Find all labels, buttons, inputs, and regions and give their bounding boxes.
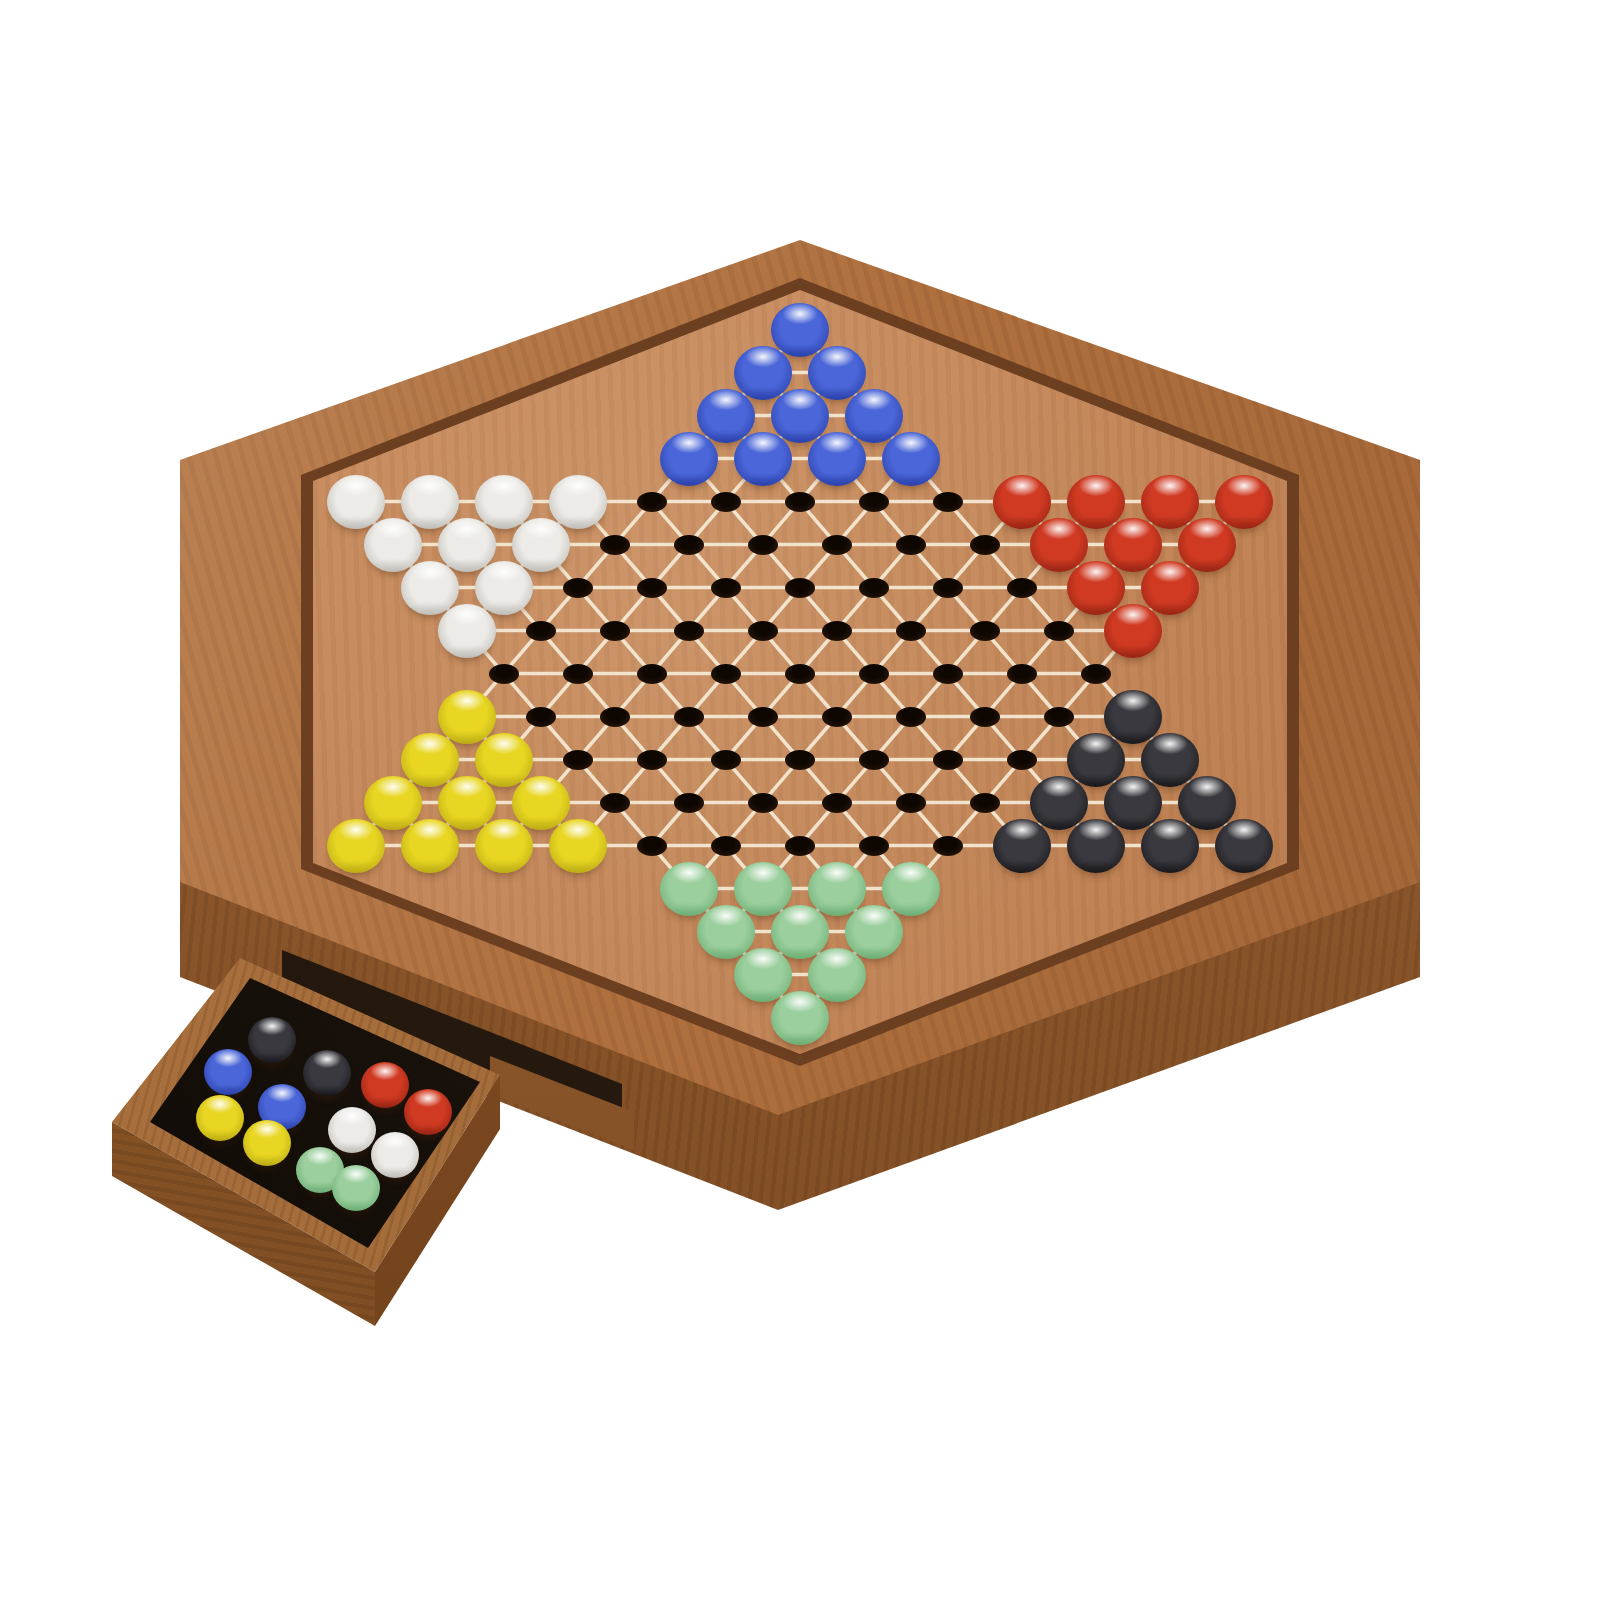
board-point: [1040, 781, 1077, 824]
board-point: [670, 609, 707, 652]
hole[interactable]: [1081, 664, 1111, 684]
board-point: [1077, 566, 1114, 609]
hole[interactable]: [1007, 750, 1037, 770]
board-point: [448, 781, 485, 824]
board-point: [559, 738, 596, 781]
board-point: [1151, 566, 1188, 609]
hole[interactable]: [970, 707, 1000, 727]
hole[interactable]: [859, 750, 889, 770]
marble-yellow[interactable]: [512, 776, 570, 830]
marble-blue[interactable]: [845, 389, 903, 443]
marble-green[interactable]: [734, 862, 792, 916]
drawer-marble-black[interactable]: [303, 1050, 351, 1096]
marble-blue[interactable]: [660, 432, 718, 486]
board-point: [1225, 480, 1262, 523]
marble-yellow[interactable]: [438, 690, 496, 744]
board-point: [781, 910, 818, 953]
board-point: [855, 824, 892, 867]
board-point: [1003, 480, 1040, 523]
hole[interactable]: [526, 621, 556, 641]
marble-blue[interactable]: [734, 432, 792, 486]
board-point: [892, 781, 929, 824]
marble-black[interactable]: [1178, 776, 1236, 830]
board-point: [744, 953, 781, 996]
hole[interactable]: [748, 535, 778, 555]
board-point: [1077, 738, 1114, 781]
marble-yellow[interactable]: [401, 819, 459, 873]
hole[interactable]: [896, 707, 926, 727]
board-point: [892, 523, 929, 566]
hole[interactable]: [822, 535, 852, 555]
marble-red[interactable]: [1215, 475, 1273, 529]
board-point: [1114, 781, 1151, 824]
board-point: [633, 480, 670, 523]
hole[interactable]: [489, 664, 519, 684]
board-point: [707, 566, 744, 609]
hole[interactable]: [637, 578, 667, 598]
drawer-marble-blue[interactable]: [204, 1049, 252, 1095]
board-point: [1003, 738, 1040, 781]
marble-blue[interactable]: [808, 432, 866, 486]
board-point: [818, 437, 855, 480]
hole[interactable]: [1007, 664, 1037, 684]
hole[interactable]: [785, 492, 815, 512]
board-point: [670, 695, 707, 738]
board-point: [966, 523, 1003, 566]
board-point: [707, 480, 744, 523]
board-point: [966, 781, 1003, 824]
hole[interactable]: [711, 836, 741, 856]
hole[interactable]: [785, 664, 815, 684]
board-point: [818, 523, 855, 566]
board-point: [744, 781, 781, 824]
marble-red[interactable]: [1178, 518, 1236, 572]
marble-white[interactable]: [475, 475, 533, 529]
board-point: [929, 480, 966, 523]
board-point: [744, 437, 781, 480]
marble-green[interactable]: [845, 905, 903, 959]
drawer-marble-white[interactable]: [328, 1107, 376, 1153]
board-point: [966, 695, 1003, 738]
marble-white[interactable]: [327, 475, 385, 529]
board-point: [633, 738, 670, 781]
board-point: [818, 781, 855, 824]
board-point: [448, 609, 485, 652]
hole[interactable]: [711, 664, 741, 684]
marble-black[interactable]: [1141, 733, 1199, 787]
board-point: [337, 480, 374, 523]
board-point: [1077, 652, 1114, 695]
board-point: [855, 652, 892, 695]
marble-yellow[interactable]: [475, 819, 533, 873]
hole[interactable]: [600, 793, 630, 813]
board-point: [707, 910, 744, 953]
board-point: [1114, 609, 1151, 652]
hole[interactable]: [748, 621, 778, 641]
hole[interactable]: [822, 793, 852, 813]
board-point: [781, 824, 818, 867]
marble-red[interactable]: [1141, 475, 1199, 529]
marble-black[interactable]: [993, 819, 1051, 873]
scene: [0, 0, 1600, 1600]
board-point: [744, 351, 781, 394]
board-point: [411, 738, 448, 781]
marble-yellow[interactable]: [475, 733, 533, 787]
board-point: [1003, 824, 1040, 867]
marble-white[interactable]: [438, 518, 496, 572]
board-point: [559, 566, 596, 609]
board-point: [596, 523, 633, 566]
marble-blue[interactable]: [771, 303, 829, 357]
drawer-marble-white[interactable]: [371, 1132, 419, 1178]
hole[interactable]: [859, 664, 889, 684]
board-point: [1003, 566, 1040, 609]
drawer-marble-yellow[interactable]: [243, 1120, 291, 1166]
hole[interactable]: [933, 750, 963, 770]
hole[interactable]: [711, 492, 741, 512]
marble-blue[interactable]: [771, 389, 829, 443]
hole[interactable]: [674, 621, 704, 641]
board-point: [929, 738, 966, 781]
marble-black[interactable]: [1141, 819, 1199, 873]
board-point: [892, 437, 929, 480]
board-point: [596, 781, 633, 824]
marble-yellow[interactable]: [364, 776, 422, 830]
hole[interactable]: [1044, 707, 1074, 727]
board-point: [818, 351, 855, 394]
marble-yellow[interactable]: [549, 819, 607, 873]
board-point: [1003, 652, 1040, 695]
marble-red[interactable]: [1141, 561, 1199, 615]
marble-red[interactable]: [1104, 604, 1162, 658]
marble-blue[interactable]: [808, 346, 866, 400]
marble-white[interactable]: [475, 561, 533, 615]
hole[interactable]: [637, 836, 667, 856]
hole[interactable]: [1044, 621, 1074, 641]
hole[interactable]: [785, 578, 815, 598]
board-point: [1114, 695, 1151, 738]
board-point: [818, 953, 855, 996]
board-point: [929, 824, 966, 867]
board-point: [781, 996, 818, 1039]
hole[interactable]: [822, 707, 852, 727]
marble-black[interactable]: [1067, 819, 1125, 873]
board-point: [522, 609, 559, 652]
board-point: [596, 609, 633, 652]
marble-red[interactable]: [993, 475, 1051, 529]
board-point: [744, 695, 781, 738]
board-point: [855, 566, 892, 609]
board-point: [1188, 523, 1225, 566]
board-point: [411, 480, 448, 523]
board-point: [744, 523, 781, 566]
board-point: [448, 523, 485, 566]
hole[interactable]: [896, 535, 926, 555]
board-point: [1151, 824, 1188, 867]
board-point: [781, 308, 818, 351]
board-point: [892, 695, 929, 738]
board-point: [485, 738, 522, 781]
board-point: [781, 652, 818, 695]
board-point: [411, 566, 448, 609]
hole[interactable]: [822, 621, 852, 641]
board-point: [1077, 480, 1114, 523]
board-point: [633, 566, 670, 609]
board-point: [337, 824, 374, 867]
hole[interactable]: [526, 707, 556, 727]
board-point: [707, 652, 744, 695]
marble-white[interactable]: [512, 518, 570, 572]
board-point: [1040, 609, 1077, 652]
marble-blue[interactable]: [697, 389, 755, 443]
board-point: [633, 824, 670, 867]
board-point: [1040, 523, 1077, 566]
hole[interactable]: [637, 664, 667, 684]
board-point: [818, 695, 855, 738]
board-point: [781, 394, 818, 437]
board-point: [818, 867, 855, 910]
hole[interactable]: [933, 578, 963, 598]
board-point: [744, 867, 781, 910]
hole[interactable]: [563, 578, 593, 598]
hole[interactable]: [859, 492, 889, 512]
board-point: [781, 738, 818, 781]
marble-green[interactable]: [660, 862, 718, 916]
board-point: [596, 695, 633, 738]
board-point: [670, 437, 707, 480]
marble-white[interactable]: [401, 561, 459, 615]
board-point: [1151, 480, 1188, 523]
marble-red[interactable]: [1067, 561, 1125, 615]
board-point: [485, 566, 522, 609]
hole[interactable]: [933, 836, 963, 856]
drawer-marble-red[interactable]: [361, 1062, 409, 1108]
hole[interactable]: [933, 492, 963, 512]
hole[interactable]: [785, 750, 815, 770]
board-point: [448, 695, 485, 738]
board-point: [855, 394, 892, 437]
board-point: [707, 394, 744, 437]
marble-black[interactable]: [1215, 819, 1273, 873]
marble-black[interactable]: [1104, 776, 1162, 830]
board-point: [411, 824, 448, 867]
hole[interactable]: [600, 707, 630, 727]
board-point: [559, 824, 596, 867]
marble-green[interactable]: [808, 862, 866, 916]
marble-white[interactable]: [549, 475, 607, 529]
marble-white[interactable]: [401, 475, 459, 529]
hole[interactable]: [674, 793, 704, 813]
hole[interactable]: [711, 578, 741, 598]
hole[interactable]: [563, 750, 593, 770]
star-grid: [337, 308, 1262, 1039]
board-point: [559, 480, 596, 523]
marble-green[interactable]: [808, 948, 866, 1002]
hole[interactable]: [933, 664, 963, 684]
board-point: [966, 609, 1003, 652]
board-point: [670, 781, 707, 824]
board-point: [485, 824, 522, 867]
marble-blue[interactable]: [882, 432, 940, 486]
marble-yellow[interactable]: [327, 819, 385, 873]
hole[interactable]: [970, 535, 1000, 555]
drawer-marble-black[interactable]: [248, 1017, 296, 1063]
board-point: [559, 652, 596, 695]
board-point: [707, 824, 744, 867]
board-point: [522, 523, 559, 566]
board-point: [374, 781, 411, 824]
hole[interactable]: [785, 836, 815, 856]
hole[interactable]: [600, 535, 630, 555]
hole[interactable]: [600, 621, 630, 641]
hole[interactable]: [748, 707, 778, 727]
board-point: [929, 566, 966, 609]
hole[interactable]: [896, 793, 926, 813]
board-point: [633, 652, 670, 695]
board-point: [1077, 824, 1114, 867]
board-point: [892, 867, 929, 910]
hole[interactable]: [859, 578, 889, 598]
marble-red[interactable]: [1104, 518, 1162, 572]
marble-yellow[interactable]: [401, 733, 459, 787]
hole[interactable]: [637, 492, 667, 512]
marble-black[interactable]: [1030, 776, 1088, 830]
board-point: [522, 781, 559, 824]
marble-green[interactable]: [771, 905, 829, 959]
board-point: [781, 566, 818, 609]
board-point: [670, 867, 707, 910]
board-point: [744, 609, 781, 652]
board-point: [818, 609, 855, 652]
hole[interactable]: [711, 750, 741, 770]
marble-green[interactable]: [697, 905, 755, 959]
board-point: [1040, 695, 1077, 738]
board-point: [929, 652, 966, 695]
hole[interactable]: [563, 664, 593, 684]
board-point: [855, 480, 892, 523]
board-point: [670, 523, 707, 566]
marble-yellow[interactable]: [438, 776, 496, 830]
board-point: [374, 523, 411, 566]
drawer-marble-green[interactable]: [332, 1165, 380, 1211]
board-point: [1188, 781, 1225, 824]
marble-green[interactable]: [771, 991, 829, 1045]
marble-black[interactable]: [1067, 733, 1125, 787]
board-point: [485, 480, 522, 523]
board-point: [781, 480, 818, 523]
board-point: [1114, 523, 1151, 566]
marble-white[interactable]: [438, 604, 496, 658]
marble-blue[interactable]: [734, 346, 792, 400]
marble-black[interactable]: [1104, 690, 1162, 744]
board-point: [892, 609, 929, 652]
board-point: [855, 910, 892, 953]
board-point: [707, 738, 744, 781]
marble-green[interactable]: [882, 862, 940, 916]
marble-red[interactable]: [1067, 475, 1125, 529]
board-point: [855, 738, 892, 781]
drawer-marble-yellow[interactable]: [196, 1095, 244, 1141]
marble-red[interactable]: [1030, 518, 1088, 572]
marble-green[interactable]: [734, 948, 792, 1002]
drawer-marble-red[interactable]: [404, 1089, 452, 1135]
hole[interactable]: [674, 535, 704, 555]
hole[interactable]: [896, 621, 926, 641]
hole[interactable]: [859, 836, 889, 856]
board-point: [1225, 824, 1262, 867]
marble-white[interactable]: [364, 518, 422, 572]
board-point: [1151, 738, 1188, 781]
board-point: [485, 652, 522, 695]
hole[interactable]: [1007, 578, 1037, 598]
hole[interactable]: [674, 707, 704, 727]
hole[interactable]: [748, 793, 778, 813]
board-point: [522, 695, 559, 738]
hole[interactable]: [970, 793, 1000, 813]
hole[interactable]: [970, 621, 1000, 641]
hole[interactable]: [637, 750, 667, 770]
